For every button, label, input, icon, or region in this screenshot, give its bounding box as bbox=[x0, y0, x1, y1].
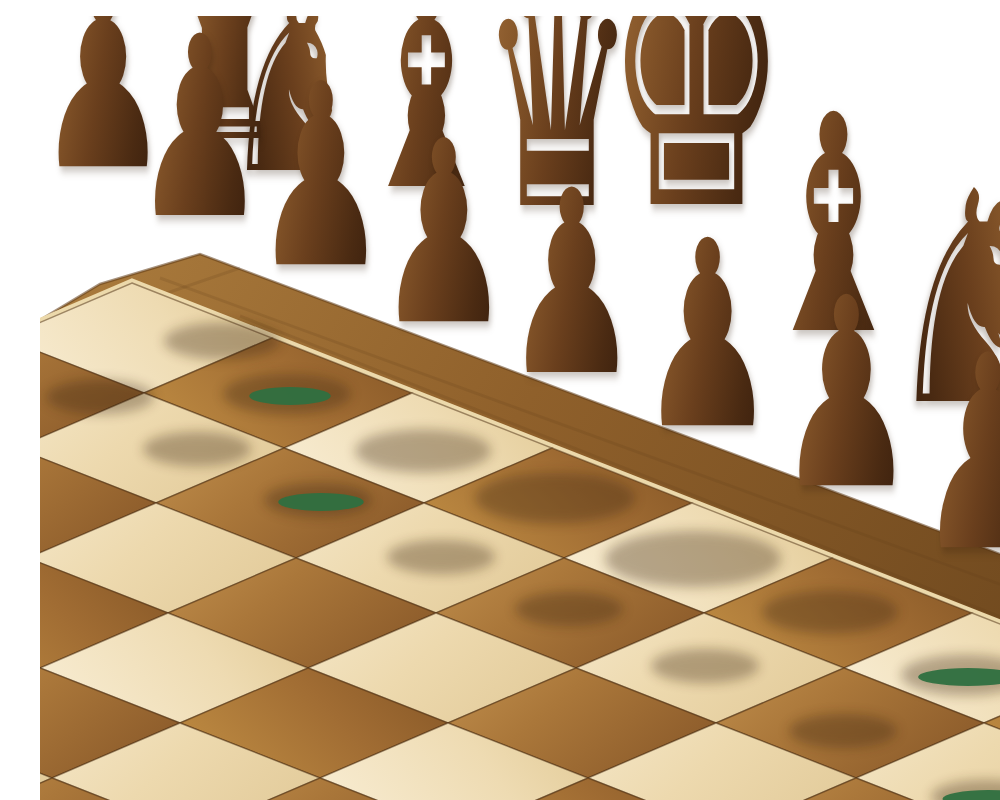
piece-shadow bbox=[475, 472, 635, 523]
piece-shadow bbox=[355, 429, 491, 473]
piece-shadow bbox=[515, 592, 623, 627]
piece-shadow bbox=[789, 714, 897, 749]
piece-shadow bbox=[143, 432, 251, 467]
piece-shadow bbox=[46, 380, 154, 415]
felt-pad bbox=[278, 493, 364, 511]
chess-board bbox=[40, 16, 1000, 800]
felt-pad bbox=[249, 387, 331, 405]
piece-shadow bbox=[605, 531, 781, 587]
piece-shadow bbox=[651, 649, 759, 684]
piece-shadow bbox=[164, 322, 280, 359]
piece-shadow bbox=[387, 540, 495, 575]
chess-set-photo: Angled close-up photo of a wooden chess … bbox=[40, 16, 1000, 800]
piece-shadow bbox=[762, 590, 898, 634]
